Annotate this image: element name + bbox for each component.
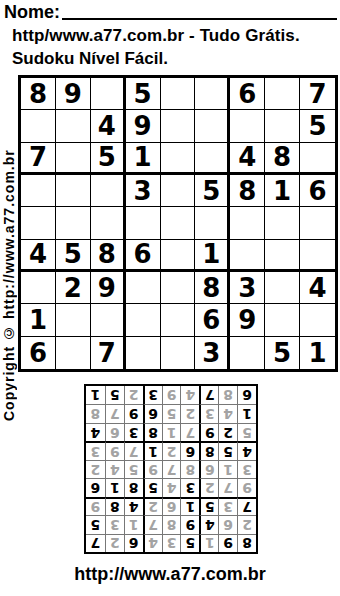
solution-cell-r8c3: 3 — [199, 404, 218, 422]
cell-r2c4[interactable]: 9 — [126, 110, 161, 142]
solution-cell-r2c1: 2 — [237, 515, 256, 533]
solution-cell-r4c1: 9 — [237, 478, 256, 496]
cell-r8c6[interactable]: 6 — [195, 304, 230, 336]
cell-r4c3[interactable] — [91, 175, 126, 207]
solution-cell-r4c3: 2 — [199, 478, 218, 496]
site-tagline: http/www.a77.com.br - Tudo Grátis. — [12, 26, 300, 46]
solution-cell-r4c9: 6 — [86, 478, 105, 496]
cell-r5c5[interactable] — [161, 207, 196, 239]
cell-r2c7[interactable] — [230, 110, 265, 142]
solution-cell-r1c7: 6 — [124, 534, 143, 552]
copyright-vertical-text: Copyright © http://www.a77.com.br — [1, 140, 17, 430]
solution-cell-r8c8: 7 — [105, 404, 124, 422]
puzzle-title: Sudoku Nível Fácil. — [12, 49, 168, 69]
solution-cell-r4c4: 3 — [180, 478, 199, 496]
solution-cell-r4c2: 7 — [218, 478, 237, 496]
solution-cell-r3c8: 8 — [105, 497, 124, 515]
cell-r2c2[interactable] — [56, 110, 91, 142]
solution-cell-r8c5: 5 — [162, 404, 181, 422]
cell-r8c9[interactable] — [300, 304, 335, 336]
cell-r7c9[interactable]: 4 — [300, 272, 335, 304]
solution-cell-r9c5: 9 — [162, 386, 181, 404]
cell-r3c9[interactable] — [300, 143, 335, 175]
cell-r2c9[interactable]: 5 — [300, 110, 335, 142]
name-fill-line — [62, 2, 337, 20]
solution-cell-r1c8: 2 — [105, 534, 124, 552]
cell-r3c4[interactable]: 1 — [126, 143, 161, 175]
solution-cell-r1c1: 8 — [237, 534, 256, 552]
solution-cell-r8c1: 1 — [237, 404, 256, 422]
solution-cell-r3c9: 9 — [86, 497, 105, 515]
cell-r6c7[interactable] — [230, 240, 265, 272]
solution-cell-r2c2: 6 — [218, 515, 237, 533]
solution-cell-r4c5: 4 — [162, 478, 181, 496]
cell-r7c8[interactable] — [265, 272, 300, 304]
solution-cell-r6c7: 7 — [124, 441, 143, 459]
cell-r5c1[interactable] — [21, 207, 56, 239]
name-row: Nome: — [4, 2, 337, 22]
solution-cell-r8c9: 8 — [86, 404, 105, 422]
cell-r7c5[interactable] — [161, 272, 196, 304]
cell-r9c5[interactable] — [161, 337, 196, 369]
solution-cell-r7c2: 2 — [218, 423, 237, 441]
cell-r1c1[interactable]: 8 — [21, 78, 56, 110]
solution-cell-r2c5: 8 — [162, 515, 181, 533]
cell-r5c7[interactable] — [230, 207, 265, 239]
solution-cell-r2c4: 9 — [180, 515, 199, 533]
name-label: Nome: — [4, 2, 60, 22]
cell-r5c6[interactable] — [195, 207, 230, 239]
solution-cell-r2c7: 1 — [124, 515, 143, 533]
solution-cell-r6c5: 2 — [162, 441, 181, 459]
solution-cell-r8c4: 2 — [180, 404, 199, 422]
cell-r5c4[interactable] — [126, 207, 161, 239]
cell-r3c3[interactable]: 5 — [91, 143, 126, 175]
solution-cell-r5c1: 3 — [237, 460, 256, 478]
solution-cell-r5c5: 7 — [162, 460, 181, 478]
solution-cell-r6c8: 9 — [105, 441, 124, 459]
solution-cell-r7c6: 8 — [143, 423, 162, 441]
solution-cell-r7c7: 3 — [124, 423, 143, 441]
cell-r2c5[interactable] — [161, 110, 196, 142]
solution-cell-r3c5: 6 — [162, 497, 181, 515]
cell-r8c8[interactable] — [265, 304, 300, 336]
solution-cell-r6c6: 1 — [143, 441, 162, 459]
cell-r5c8[interactable] — [265, 207, 300, 239]
cell-r2c8[interactable] — [265, 110, 300, 142]
cell-r6c6[interactable]: 1 — [195, 240, 230, 272]
cell-r5c2[interactable] — [56, 207, 91, 239]
cell-r6c2[interactable]: 5 — [56, 240, 91, 272]
sudoku-printout-page: Nome: http/www.a77.com.br - Tudo Grátis.… — [0, 0, 340, 596]
cell-r9c6[interactable]: 3 — [195, 337, 230, 369]
solution-cell-r5c9: 2 — [86, 460, 105, 478]
solution-cell-r5c2: 1 — [218, 460, 237, 478]
cell-r9c9[interactable]: 1 — [300, 337, 335, 369]
cell-r8c7[interactable]: 9 — [230, 304, 265, 336]
solution-cell-r9c7: 2 — [124, 386, 143, 404]
cell-r7c4[interactable] — [126, 272, 161, 304]
cell-r3c8[interactable]: 8 — [265, 143, 300, 175]
solution-cell-r7c1: 5 — [237, 423, 256, 441]
cell-r4c4[interactable]: 3 — [126, 175, 161, 207]
solution-cell-r1c6: 4 — [143, 534, 162, 552]
solution-cell-r4c6: 5 — [143, 478, 162, 496]
solution-cell-r3c1: 7 — [237, 497, 256, 515]
cell-r8c5[interactable] — [161, 304, 196, 336]
solution-cell-r5c8: 4 — [105, 460, 124, 478]
cell-r1c4[interactable]: 5 — [126, 78, 161, 110]
solution-cell-r5c4: 8 — [180, 460, 199, 478]
cell-r4c1[interactable] — [21, 175, 56, 207]
cell-r6c9[interactable] — [300, 240, 335, 272]
solution-cell-r7c4: 7 — [180, 423, 199, 441]
cell-r7c2[interactable]: 2 — [56, 272, 91, 304]
cell-r3c2[interactable] — [56, 143, 91, 175]
solution-cell-r3c7: 4 — [124, 497, 143, 515]
cell-r9c7[interactable] — [230, 337, 265, 369]
solution-cell-r2c6: 7 — [143, 515, 162, 533]
solution-cell-r1c4: 5 — [180, 534, 199, 552]
solution-cell-r9c6: 3 — [143, 386, 162, 404]
solution-cell-r6c4: 6 — [180, 441, 199, 459]
cell-r4c7[interactable]: 8 — [230, 175, 265, 207]
solution-cell-r8c2: 4 — [218, 404, 237, 422]
solution-cell-r1c5: 3 — [162, 534, 181, 552]
solution-cell-r3c2: 3 — [218, 497, 237, 515]
solution-cell-r8c6: 6 — [143, 404, 162, 422]
cell-r3c6[interactable] — [195, 143, 230, 175]
cell-r5c3[interactable] — [91, 207, 126, 239]
cell-r1c6[interactable] — [195, 78, 230, 110]
cell-r8c3[interactable] — [91, 304, 126, 336]
solution-cell-r6c1: 4 — [237, 441, 256, 459]
cell-r9c2[interactable] — [56, 337, 91, 369]
solution-cell-r5c6: 9 — [143, 460, 162, 478]
solution-cell-r9c4: 4 — [180, 386, 199, 404]
cell-r7c1[interactable] — [21, 272, 56, 304]
cell-r5c9[interactable] — [300, 207, 335, 239]
cell-r9c4[interactable] — [126, 337, 161, 369]
footer-url: http://www.a77.com.br — [0, 564, 340, 585]
cell-r1c3[interactable] — [91, 78, 126, 110]
cell-r2c1[interactable] — [21, 110, 56, 142]
cell-r4c5[interactable] — [161, 175, 196, 207]
cell-r6c3[interactable]: 8 — [91, 240, 126, 272]
cell-r4c6[interactable]: 5 — [195, 175, 230, 207]
cell-r7c7[interactable]: 3 — [230, 272, 265, 304]
solution-cell-r4c7: 8 — [124, 478, 143, 496]
cell-r8c4[interactable] — [126, 304, 161, 336]
solution-cell-r9c1: 6 — [237, 386, 256, 404]
cell-r8c2[interactable] — [56, 304, 91, 336]
cell-r1c9[interactable]: 7 — [300, 78, 335, 110]
cell-r2c3[interactable]: 4 — [91, 110, 126, 142]
solution-cell-r6c2: 5 — [218, 441, 237, 459]
solution-cell-r9c2: 8 — [218, 386, 237, 404]
solution-cell-r6c9: 3 — [86, 441, 105, 459]
solution-cell-r7c3: 9 — [199, 423, 218, 441]
cell-r6c5[interactable] — [161, 240, 196, 272]
solution-cell-r5c7: 5 — [124, 460, 143, 478]
cell-r7c6[interactable]: 8 — [195, 272, 230, 304]
solution-cell-r6c3: 8 — [199, 441, 218, 459]
solution-cell-r2c3: 4 — [199, 515, 218, 533]
solution-cell-r7c8: 6 — [105, 423, 124, 441]
solution-cell-r3c6: 2 — [143, 497, 162, 515]
cell-r9c3[interactable]: 7 — [91, 337, 126, 369]
cell-r3c7[interactable]: 4 — [230, 143, 265, 175]
cell-r6c1[interactable]: 4 — [21, 240, 56, 272]
cell-r1c8[interactable] — [265, 78, 300, 110]
cell-r4c2[interactable] — [56, 175, 91, 207]
solution-cell-r1c3: 1 — [199, 534, 218, 552]
solution-grid: 8915346272649871357351624899723458163168… — [84, 384, 258, 554]
solution-cell-r7c5: 1 — [162, 423, 181, 441]
cell-r4c9[interactable]: 6 — [300, 175, 335, 207]
solution-cell-r9c3: 7 — [199, 386, 218, 404]
solution-cell-r5c3: 6 — [199, 460, 218, 478]
cell-r1c7[interactable]: 6 — [230, 78, 265, 110]
solution-cell-r1c2: 9 — [218, 534, 237, 552]
cell-r1c5[interactable] — [161, 78, 196, 110]
solution-cell-r9c8: 5 — [105, 386, 124, 404]
cell-r6c4[interactable]: 6 — [126, 240, 161, 272]
solution-cell-r7c9: 4 — [86, 423, 105, 441]
cell-r9c8[interactable]: 5 — [265, 337, 300, 369]
cell-r6c8[interactable] — [265, 240, 300, 272]
cell-r2c6[interactable] — [195, 110, 230, 142]
solution-cell-r1c9: 7 — [86, 534, 105, 552]
solution-cell-r8c7: 9 — [124, 404, 143, 422]
cell-r3c5[interactable] — [161, 143, 196, 175]
solution-cell-r2c9: 5 — [86, 515, 105, 533]
solution-cell-r3c3: 5 — [199, 497, 218, 515]
solution-cell-r4c8: 1 — [105, 478, 124, 496]
solution-cell-r9c9: 1 — [86, 386, 105, 404]
cell-r9c1[interactable]: 6 — [21, 337, 56, 369]
cell-r4c8[interactable]: 1 — [265, 175, 300, 207]
solution-cell-r3c4: 1 — [180, 497, 199, 515]
cell-r8c1[interactable]: 1 — [21, 304, 56, 336]
puzzle-grid: 895674957514835816458612983416967351 — [18, 75, 338, 372]
solution-cell-r2c8: 3 — [105, 515, 124, 533]
cell-r7c3[interactable]: 9 — [91, 272, 126, 304]
cell-r3c1[interactable]: 7 — [21, 143, 56, 175]
cell-r1c2[interactable]: 9 — [56, 78, 91, 110]
